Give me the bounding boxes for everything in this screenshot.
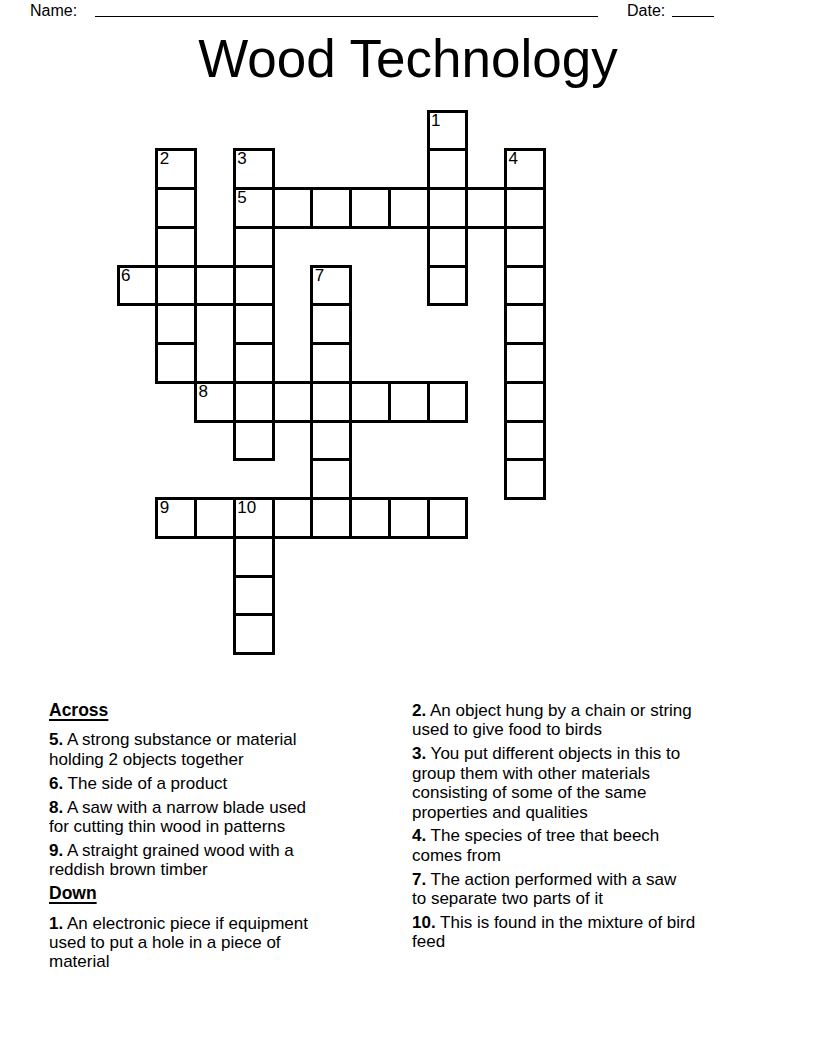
grid-cell-r1c10[interactable]: 4 bbox=[504, 148, 546, 190]
clue-10-line-2: feed bbox=[412, 932, 802, 951]
grid-cell-r2c8[interactable] bbox=[427, 187, 469, 229]
clue-number-7: 7 bbox=[315, 267, 324, 286]
clue-number-1: 1 bbox=[431, 112, 440, 131]
grid-cell-r7c8[interactable] bbox=[427, 381, 469, 423]
crossword-worksheet: Name: Date: Wood Technology 12345678910 … bbox=[0, 0, 816, 1056]
grid-cell-r12c3[interactable] bbox=[233, 575, 275, 617]
clue-3-line-3: consisting of some of the same bbox=[412, 783, 802, 802]
clue-10: 10. This is found in the mixture of bird… bbox=[412, 913, 802, 952]
clue-3-line-2: group them with other materials bbox=[412, 764, 802, 783]
grid-cell-r1c8[interactable] bbox=[427, 148, 469, 190]
grid-cell-r2c10[interactable] bbox=[504, 187, 546, 229]
grid-cell-r4c0[interactable]: 6 bbox=[117, 265, 159, 307]
clue-number-6: 6 bbox=[121, 267, 130, 286]
grid-cell-r8c5[interactable] bbox=[310, 420, 352, 462]
grid-cell-r10c8[interactable] bbox=[427, 497, 469, 539]
clue-1: 1. An electronic piece if equipmentused … bbox=[49, 914, 439, 972]
grid-cell-r11c3[interactable] bbox=[233, 536, 275, 578]
date-fill-line[interactable] bbox=[672, 0, 714, 17]
clue-8-line-1: 8. A saw with a narrow blade used bbox=[49, 798, 439, 817]
clue-4-line-1: 4. The species of tree that beech bbox=[412, 826, 802, 845]
clue-3-line-4: properties and qualities bbox=[412, 803, 802, 822]
clue-number-4: 4 bbox=[509, 150, 518, 169]
clue-9: 9. A straight grained wood with areddish… bbox=[49, 841, 439, 880]
clue-label: 7. bbox=[412, 870, 426, 889]
grid-cell-r3c8[interactable] bbox=[427, 226, 469, 268]
puzzle-title: Wood Technology bbox=[0, 29, 816, 90]
clue-6: 6. The side of a product bbox=[49, 774, 439, 793]
grid-cell-r6c10[interactable] bbox=[504, 342, 546, 384]
clue-number-3: 3 bbox=[237, 150, 246, 169]
date-label: Date: bbox=[627, 2, 665, 20]
clue-label: 2. bbox=[412, 701, 426, 720]
clue-7-line-1: 7. The action performed with a saw bbox=[412, 870, 802, 889]
grid-cell-r3c10[interactable] bbox=[504, 226, 546, 268]
grid-cell-r6c5[interactable] bbox=[310, 342, 352, 384]
grid-cell-r2c3[interactable]: 5 bbox=[233, 187, 275, 229]
clue-label: 5. bbox=[49, 730, 63, 749]
grid-cell-r4c5[interactable]: 7 bbox=[310, 265, 352, 307]
grid-cell-r10c7[interactable] bbox=[388, 497, 430, 539]
clue-9-line-2: reddish brown timber bbox=[49, 860, 439, 879]
grid-cell-r4c1[interactable] bbox=[155, 265, 197, 307]
grid-cell-r5c1[interactable] bbox=[155, 303, 197, 345]
grid-cell-r2c7[interactable] bbox=[388, 187, 430, 229]
grid-cell-r7c2[interactable]: 8 bbox=[194, 381, 236, 423]
grid-cell-r10c1[interactable]: 9 bbox=[155, 497, 197, 539]
grid-cell-r5c10[interactable] bbox=[504, 303, 546, 345]
grid-cell-r4c3[interactable] bbox=[233, 265, 275, 307]
clues-right-column: 2. An object hung by a chain or stringus… bbox=[412, 701, 802, 956]
grid-cell-r10c3[interactable]: 10 bbox=[233, 497, 275, 539]
grid-cell-r1c1[interactable]: 2 bbox=[155, 148, 197, 190]
grid-cell-r4c2[interactable] bbox=[194, 265, 236, 307]
clue-5: 5. A strong substance or materialholding… bbox=[49, 730, 439, 769]
grid-cell-r10c6[interactable] bbox=[349, 497, 391, 539]
grid-cell-r7c10[interactable] bbox=[504, 381, 546, 423]
clue-label: 3. bbox=[412, 744, 426, 763]
clue-8: 8. A saw with a narrow blade usedfor cut… bbox=[49, 798, 439, 837]
grid-cell-r7c5[interactable] bbox=[310, 381, 352, 423]
name-label: Name: bbox=[30, 2, 77, 20]
clue-9-line-1: 9. A straight grained wood with a bbox=[49, 841, 439, 860]
clue-label: 8. bbox=[49, 798, 63, 817]
clue-number-5: 5 bbox=[237, 189, 246, 208]
grid-cell-r1c3[interactable]: 3 bbox=[233, 148, 275, 190]
grid-cell-r13c3[interactable] bbox=[233, 613, 275, 655]
name-fill-line[interactable] bbox=[95, 0, 598, 17]
clue-7-line-2: to separate two parts of it bbox=[412, 889, 802, 908]
clue-1-line-2: used to put a hole in a piece of bbox=[49, 933, 439, 952]
grid-cell-r4c8[interactable] bbox=[427, 265, 469, 307]
clue-number-2: 2 bbox=[160, 150, 169, 169]
grid-cell-r10c5[interactable] bbox=[310, 497, 352, 539]
clue-label: 6. bbox=[49, 774, 63, 793]
grid-cell-r7c4[interactable] bbox=[272, 381, 314, 423]
grid-cell-r0c8[interactable]: 1 bbox=[427, 110, 469, 152]
clue-2-line-1: 2. An object hung by a chain or string bbox=[412, 701, 802, 720]
clue-number-8: 8 bbox=[199, 383, 208, 402]
clues-left-column: Across5. A strong substance or materialh… bbox=[49, 701, 439, 976]
grid-cell-r2c5[interactable] bbox=[310, 187, 352, 229]
clue-1-line-3: material bbox=[49, 952, 439, 971]
grid-cell-r6c3[interactable] bbox=[233, 342, 275, 384]
grid-cell-r5c3[interactable] bbox=[233, 303, 275, 345]
clue-6-line-1: 6. The side of a product bbox=[49, 774, 439, 793]
clue-label: 4. bbox=[412, 826, 426, 845]
down-heading: Down bbox=[49, 884, 97, 903]
grid-cell-r9c10[interactable] bbox=[504, 458, 546, 500]
clue-1-line-1: 1. An electronic piece if equipment bbox=[49, 914, 439, 933]
grid-cell-r8c10[interactable] bbox=[504, 420, 546, 462]
clue-number-10: 10 bbox=[237, 499, 256, 518]
grid-cell-r5c5[interactable] bbox=[310, 303, 352, 345]
clue-3-line-1: 3. You put different objects in this to bbox=[412, 744, 802, 763]
grid-cell-r2c4[interactable] bbox=[272, 187, 314, 229]
clue-4: 4. The species of tree that beechcomes f… bbox=[412, 826, 802, 865]
clue-8-line-2: for cutting thin wood in patterns bbox=[49, 817, 439, 836]
clue-3: 3. You put different objects in this tog… bbox=[412, 744, 802, 822]
grid-cell-r7c3[interactable] bbox=[233, 381, 275, 423]
grid-cell-r6c1[interactable] bbox=[155, 342, 197, 384]
clue-7: 7. The action performed with a sawto sep… bbox=[412, 870, 802, 909]
grid-cell-r8c3[interactable] bbox=[233, 420, 275, 462]
clue-10-line-1: 10. This is found in the mixture of bird bbox=[412, 913, 802, 932]
clue-label: 10. bbox=[412, 913, 436, 932]
grid-cell-r3c3[interactable] bbox=[233, 226, 275, 268]
grid-cell-r3c1[interactable] bbox=[155, 226, 197, 268]
grid-cell-r4c10[interactable] bbox=[504, 265, 546, 307]
clue-2: 2. An object hung by a chain or stringus… bbox=[412, 701, 802, 740]
grid-cell-r7c6[interactable] bbox=[349, 381, 391, 423]
grid-cell-r9c5[interactable] bbox=[310, 458, 352, 500]
grid-cell-r2c1[interactable] bbox=[155, 187, 197, 229]
grid-cell-r7c7[interactable] bbox=[388, 381, 430, 423]
grid-cell-r10c4[interactable] bbox=[272, 497, 314, 539]
clue-number-9: 9 bbox=[160, 499, 169, 518]
clue-2-line-2: used to give food to birds bbox=[412, 720, 802, 739]
clue-5-line-2: holding 2 objects together bbox=[49, 750, 439, 769]
across-heading: Across bbox=[49, 701, 108, 720]
grid-cell-r2c9[interactable] bbox=[465, 187, 507, 229]
clue-5-line-1: 5. A strong substance or material bbox=[49, 730, 439, 749]
clue-label: 1. bbox=[49, 914, 63, 933]
grid-cell-r2c6[interactable] bbox=[349, 187, 391, 229]
clue-label: 9. bbox=[49, 841, 63, 860]
grid-cell-r10c2[interactable] bbox=[194, 497, 236, 539]
clue-4-line-2: comes from bbox=[412, 846, 802, 865]
